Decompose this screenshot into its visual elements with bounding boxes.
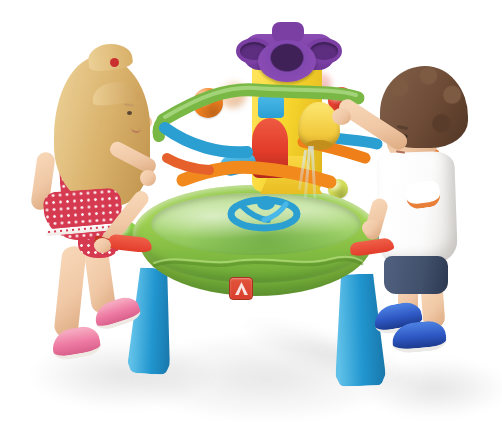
girl-front-leg	[53, 245, 86, 339]
boy-hand-on-ball	[362, 220, 381, 236]
girl-hair-tie	[110, 58, 119, 67]
boy-shorts	[384, 256, 448, 294]
girl-hand	[94, 238, 111, 253]
product-photo	[0, 0, 502, 430]
ball-tracks	[115, 66, 390, 196]
table-leg-left	[127, 267, 174, 375]
blue-spiral-track-left	[165, 128, 247, 152]
spinner-hub	[257, 196, 275, 210]
apron-wave-emboss	[150, 248, 365, 278]
brand-badge-icon	[235, 282, 248, 295]
boy-hand-on-tower	[332, 108, 351, 125]
red-ramp-left	[167, 158, 209, 170]
girl-eye	[127, 111, 132, 115]
girl-right-elbow	[140, 170, 156, 186]
funnel-top-tab	[272, 22, 304, 42]
water-spinner	[222, 190, 306, 234]
brand-badge	[229, 277, 253, 300]
